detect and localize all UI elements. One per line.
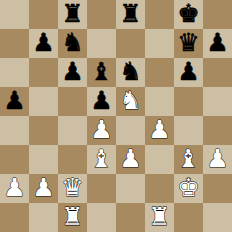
square-a1[interactable]: [0, 203, 29, 232]
square-c2[interactable]: ♛: [58, 174, 87, 203]
piece-white-pawn[interactable]: ♟: [148, 115, 170, 144]
square-f5[interactable]: [145, 87, 174, 116]
piece-black-pawn[interactable]: ♟: [61, 57, 83, 86]
square-a3[interactable]: [0, 145, 29, 174]
square-b3[interactable]: [29, 145, 58, 174]
square-d7[interactable]: [87, 29, 116, 58]
piece-black-pawn[interactable]: ♟: [206, 28, 228, 57]
square-f6[interactable]: [145, 58, 174, 87]
square-a7[interactable]: [0, 29, 29, 58]
square-f8[interactable]: [145, 0, 174, 29]
piece-black-rook[interactable]: ♜: [119, 0, 141, 28]
piece-black-rook[interactable]: ♜: [61, 0, 83, 28]
square-a8[interactable]: [0, 0, 29, 29]
square-c7[interactable]: ♞: [58, 29, 87, 58]
square-e8[interactable]: ♜: [116, 0, 145, 29]
square-f3[interactable]: [145, 145, 174, 174]
piece-black-pawn[interactable]: ♟: [177, 57, 199, 86]
square-h1[interactable]: [203, 203, 232, 232]
square-d5[interactable]: ♟: [87, 87, 116, 116]
square-b1[interactable]: [29, 203, 58, 232]
square-g3[interactable]: ♝: [174, 145, 203, 174]
square-d6[interactable]: ♝: [87, 58, 116, 87]
square-g5[interactable]: [174, 87, 203, 116]
piece-black-pawn[interactable]: ♟: [90, 86, 112, 115]
square-b2[interactable]: ♟: [29, 174, 58, 203]
square-h6[interactable]: [203, 58, 232, 87]
piece-white-knight[interactable]: ♞: [119, 86, 141, 115]
square-a6[interactable]: [0, 58, 29, 87]
square-e7[interactable]: [116, 29, 145, 58]
square-c4[interactable]: [58, 116, 87, 145]
square-b6[interactable]: [29, 58, 58, 87]
square-e1[interactable]: [116, 203, 145, 232]
square-c5[interactable]: [58, 87, 87, 116]
square-d8[interactable]: [87, 0, 116, 29]
square-d4[interactable]: ♟: [87, 116, 116, 145]
piece-white-bishop[interactable]: ♝: [177, 144, 199, 173]
square-g6[interactable]: ♟: [174, 58, 203, 87]
square-h3[interactable]: ♟: [203, 145, 232, 174]
square-b5[interactable]: [29, 87, 58, 116]
square-a2[interactable]: ♟: [0, 174, 29, 203]
piece-white-pawn[interactable]: ♟: [32, 173, 54, 202]
piece-white-queen[interactable]: ♛: [61, 173, 83, 202]
square-g8[interactable]: ♚: [174, 0, 203, 29]
square-d1[interactable]: [87, 203, 116, 232]
piece-black-pawn[interactable]: ♟: [32, 28, 54, 57]
square-e3[interactable]: ♟: [116, 145, 145, 174]
piece-white-bishop[interactable]: ♝: [90, 144, 112, 173]
square-f4[interactable]: ♟: [145, 116, 174, 145]
square-b8[interactable]: [29, 0, 58, 29]
square-f7[interactable]: [145, 29, 174, 58]
chess-board: ♜♜♚♟♞♛♟♟♝♞♟♟♟♞♟♟♝♟♝♟♟♟♛♚♜♜: [0, 0, 232, 232]
square-h8[interactable]: [203, 0, 232, 29]
square-d2[interactable]: [87, 174, 116, 203]
square-g7[interactable]: ♛: [174, 29, 203, 58]
square-g4[interactable]: [174, 116, 203, 145]
square-e4[interactable]: [116, 116, 145, 145]
square-g2[interactable]: ♚: [174, 174, 203, 203]
piece-black-knight[interactable]: ♞: [61, 28, 83, 57]
piece-white-pawn[interactable]: ♟: [3, 173, 25, 202]
square-b7[interactable]: ♟: [29, 29, 58, 58]
piece-black-pawn[interactable]: ♟: [3, 86, 25, 115]
piece-white-rook[interactable]: ♜: [61, 202, 83, 231]
piece-black-bishop[interactable]: ♝: [90, 57, 112, 86]
square-f2[interactable]: [145, 174, 174, 203]
piece-white-pawn[interactable]: ♟: [206, 144, 228, 173]
square-a5[interactable]: ♟: [0, 87, 29, 116]
square-h2[interactable]: [203, 174, 232, 203]
square-b4[interactable]: [29, 116, 58, 145]
piece-white-pawn[interactable]: ♟: [90, 115, 112, 144]
piece-black-king[interactable]: ♚: [177, 0, 199, 28]
square-c8[interactable]: ♜: [58, 0, 87, 29]
square-h7[interactable]: ♟: [203, 29, 232, 58]
piece-white-pawn[interactable]: ♟: [119, 144, 141, 173]
square-d3[interactable]: ♝: [87, 145, 116, 174]
square-c3[interactable]: [58, 145, 87, 174]
square-e2[interactable]: [116, 174, 145, 203]
square-h5[interactable]: [203, 87, 232, 116]
piece-black-knight[interactable]: ♞: [119, 57, 141, 86]
piece-white-rook[interactable]: ♜: [148, 202, 170, 231]
square-g1[interactable]: [174, 203, 203, 232]
square-e6[interactable]: ♞: [116, 58, 145, 87]
piece-black-queen[interactable]: ♛: [177, 28, 199, 57]
square-c6[interactable]: ♟: [58, 58, 87, 87]
square-e5[interactable]: ♞: [116, 87, 145, 116]
square-c1[interactable]: ♜: [58, 203, 87, 232]
square-a4[interactable]: [0, 116, 29, 145]
square-h4[interactable]: [203, 116, 232, 145]
piece-white-king[interactable]: ♚: [177, 173, 199, 202]
square-f1[interactable]: ♜: [145, 203, 174, 232]
